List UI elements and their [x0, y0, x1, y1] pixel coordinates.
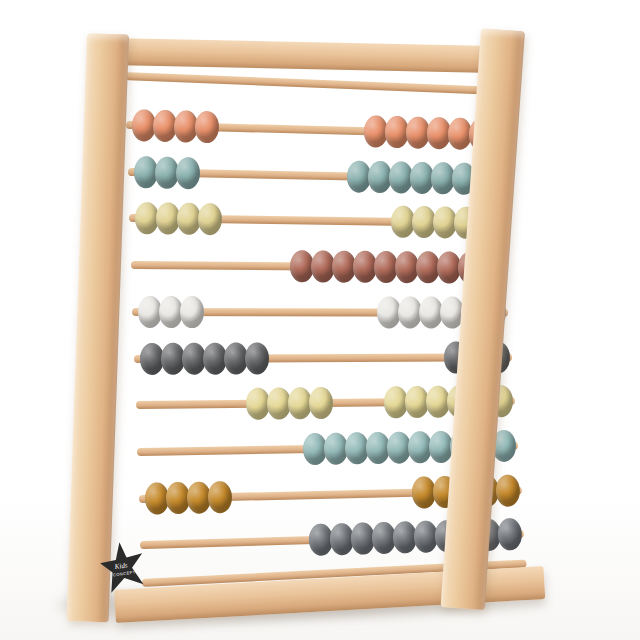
abacus-board: Kids CONCEPT — [85, 30, 575, 630]
abacus-row-5 — [132, 293, 508, 332]
left-bead-group — [140, 342, 269, 375]
product-photo-background: Kids CONCEPT — [0, 0, 640, 640]
kids-concept-star-logo: Kids CONCEPT — [98, 539, 149, 597]
bead[interactable] — [498, 518, 523, 551]
bead[interactable] — [409, 161, 434, 193]
left-bead-group — [135, 202, 222, 235]
left-bead-group — [138, 296, 204, 328]
abacus-row-3 — [129, 199, 502, 242]
bead[interactable] — [198, 203, 222, 235]
bead[interactable] — [175, 157, 200, 189]
bead[interactable] — [207, 480, 232, 513]
bead[interactable] — [346, 160, 371, 192]
abacus-row-6 — [134, 338, 512, 378]
bead[interactable] — [308, 387, 332, 419]
bead[interactable] — [180, 296, 204, 328]
bead[interactable] — [367, 161, 392, 193]
wooden-rod — [125, 72, 497, 95]
left-bead-group — [144, 480, 232, 514]
bead[interactable] — [195, 111, 220, 144]
bead[interactable] — [245, 342, 269, 374]
left-bead-group — [133, 156, 200, 189]
abacus-row-2 — [127, 153, 498, 198]
bead[interactable] — [430, 162, 455, 194]
bead[interactable] — [388, 161, 413, 193]
abacus-row-1 — [126, 106, 496, 154]
right-bead-group — [309, 518, 523, 556]
abacus-row-4 — [131, 246, 505, 287]
frame-left-post — [66, 33, 128, 622]
left-bead-group — [132, 109, 220, 143]
bead[interactable] — [495, 474, 520, 507]
left-bead-group — [245, 387, 332, 420]
